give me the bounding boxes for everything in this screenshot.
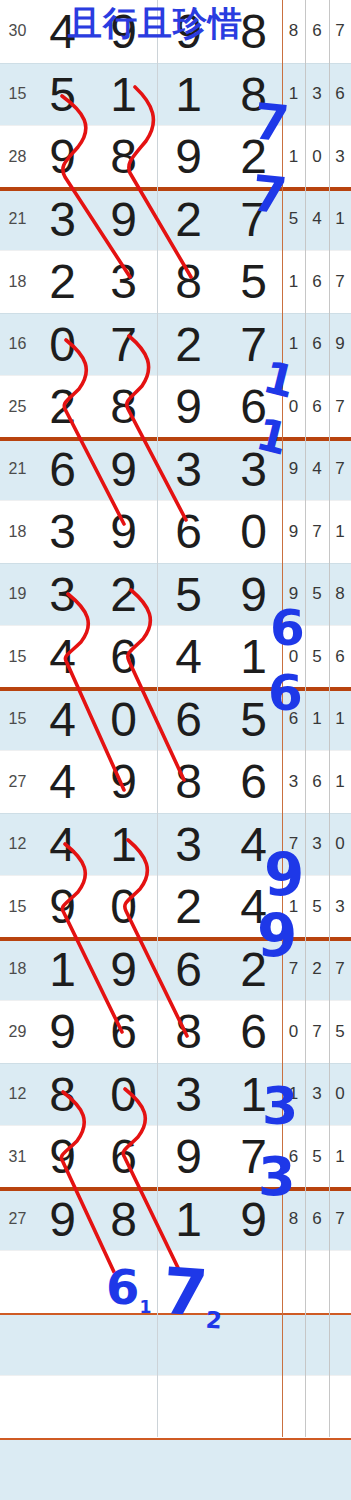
aux-digit-2: 3: [305, 814, 329, 876]
aux-digit-3: 1: [329, 751, 351, 813]
draw-digit-4: [221, 1439, 285, 1500]
draw-digit-1: 2: [30, 376, 94, 438]
draw-digit-1: [30, 1314, 94, 1376]
gridline-vertical-mid: [157, 0, 158, 1437]
aux-digit-3: 7: [329, 376, 351, 438]
draw-digit-3: 1: [156, 1189, 220, 1251]
blue-handwritten-digit: 7: [249, 168, 289, 221]
aux-digit-1: [282, 1314, 305, 1376]
draw-digit-2: 6: [91, 626, 155, 688]
aux-digit-3: 3: [329, 876, 351, 938]
aux-digit-2: 6: [305, 751, 329, 813]
draw-digit-2: 0: [91, 876, 155, 938]
draw-digit-3: 3: [156, 1064, 220, 1126]
aux-digit-1: [282, 1376, 305, 1438]
draw-digit-4: 5: [221, 251, 285, 313]
draw-digit-1: 4: [30, 689, 94, 751]
aux-digit-2: 6: [305, 376, 329, 438]
draw-digit-2: 9: [91, 751, 155, 813]
draw-digit-2: 0: [91, 1064, 155, 1126]
draw-digit-3: 6: [156, 939, 220, 1001]
aux-digit-1: [282, 1439, 305, 1500]
aux-digit-3: 7: [329, 939, 351, 1001]
draw-digit-2: 1: [91, 814, 155, 876]
blue-handwritten-digit: 9: [257, 907, 297, 965]
blue-handwritten-digit: 9: [264, 846, 304, 904]
aux-digit-1: 3: [282, 751, 305, 813]
aux-digit-3: 6: [329, 626, 351, 688]
aux-digit-1: 1: [282, 251, 305, 313]
chart-row: 18 1 9 6 2 7 2 7: [0, 938, 351, 1001]
draw-digit-3: 2: [156, 314, 220, 376]
draw-digit-2: 8: [91, 376, 155, 438]
draw-digit-3: 2: [156, 876, 220, 938]
aux-digit-2: 6: [305, 1189, 329, 1251]
draw-digit-1: 6: [30, 439, 94, 501]
aux-digit-3: 9: [329, 314, 351, 376]
draw-digit-4: [221, 1376, 285, 1438]
chart-row: [0, 1438, 351, 1500]
draw-digit-3: 9: [156, 376, 220, 438]
draw-digit-2: 2: [91, 564, 155, 626]
draw-digit-2: 6: [91, 1001, 155, 1063]
draw-digit-3: [156, 1376, 220, 1438]
draw-digit-1: 3: [30, 564, 94, 626]
aux-digit-2: 1: [305, 689, 329, 751]
draw-digit-1: 1: [30, 939, 94, 1001]
draw-digit-1: 9: [30, 1126, 94, 1188]
aux-digit-1: 0: [282, 1001, 305, 1063]
draw-digit-1: 5: [30, 64, 94, 126]
draw-digit-3: 4: [156, 626, 220, 688]
draw-digit-2: 7: [91, 314, 155, 376]
aux-digit-3: 1: [329, 1126, 351, 1188]
draw-digit-1: 9: [30, 126, 94, 188]
aux-digit-2: 3: [305, 1064, 329, 1126]
aux-digit-2: 6: [305, 0, 329, 63]
blue-handwritten-digit: 6: [268, 668, 303, 718]
draw-digit-2: 9: [91, 189, 155, 251]
aux-digit-3: 1: [329, 689, 351, 751]
draw-digit-1: 9: [30, 1189, 94, 1251]
chart-row: 18 2 3 8 5 1 6 7: [0, 250, 351, 313]
blue-handwritten-digit: 61: [106, 1263, 151, 1311]
aux-digit-2: 0: [305, 126, 329, 188]
aux-digit-3: [329, 1251, 351, 1313]
chart-row: 27 9 8 1 9 8 6 7: [0, 1188, 351, 1251]
draw-digit-1: 8: [30, 1064, 94, 1126]
draw-digit-2: [91, 1376, 155, 1438]
draw-digit-2: 0: [91, 689, 155, 751]
draw-digit-3: 9: [156, 126, 220, 188]
chart-row: [0, 1375, 351, 1438]
draw-digit-1: 4: [30, 626, 94, 688]
chart-row: 27 4 9 8 6 3 6 1: [0, 750, 351, 813]
aux-digit-3: 1: [329, 501, 351, 563]
aux-digit-2: 4: [305, 189, 329, 251]
draw-digit-3: [156, 1439, 220, 1500]
draw-digit-4: 0: [221, 501, 285, 563]
draw-digit-2: 8: [91, 1189, 155, 1251]
draw-digit-3: 8: [156, 1001, 220, 1063]
draw-digit-3: 2: [156, 189, 220, 251]
draw-digit-1: [30, 1439, 94, 1500]
aux-digit-2: 5: [305, 564, 329, 626]
chart-title: 且行且珍惜: [68, 1, 243, 47]
draw-digit-2: [91, 1439, 155, 1500]
chart-row: 25 2 8 9 6 0 6 7: [0, 375, 351, 438]
aux-digit-3: 5: [329, 1001, 351, 1063]
aux-digit-2: 5: [305, 876, 329, 938]
aux-digit-2: [305, 1376, 329, 1438]
aux-digit-1: 8: [282, 0, 305, 63]
draw-digit-2: 8: [91, 126, 155, 188]
aux-digit-2: 2: [305, 939, 329, 1001]
aux-digit-1: 9: [282, 439, 305, 501]
aux-digit-2: [305, 1251, 329, 1313]
draw-digit-1: 3: [30, 189, 94, 251]
draw-digit-1: 9: [30, 1001, 94, 1063]
aux-digit-3: 0: [329, 1064, 351, 1126]
aux-digit-2: [305, 1439, 329, 1500]
aux-digit-2: 7: [305, 1001, 329, 1063]
chart-row: 21 6 9 3 3 9 4 7: [0, 438, 351, 501]
draw-digit-2: 6: [91, 1126, 155, 1188]
aux-digit-2: 6: [305, 251, 329, 313]
aux-digit-3: 7: [329, 1189, 351, 1251]
chart-row: 31 9 6 9 7 6 5 1: [0, 1125, 351, 1188]
blue-handwritten-digit: 3: [258, 1150, 296, 1204]
aux-digit-3: 0: [329, 814, 351, 876]
blue-subscript: 1: [139, 1299, 151, 1316]
draw-digit-1: [30, 1251, 94, 1313]
blue-handwritten-digit: 72: [161, 1259, 226, 1327]
draw-digit-3: 6: [156, 501, 220, 563]
draw-digit-1: 2: [30, 251, 94, 313]
aux-digit-3: [329, 1314, 351, 1376]
draw-digit-1: 3: [30, 501, 94, 563]
blue-subscript: 2: [205, 1308, 223, 1332]
draw-digit-2: 9: [91, 939, 155, 1001]
draw-digit-4: [221, 1314, 285, 1376]
aux-digit-2: 5: [305, 1126, 329, 1188]
chart-row: 29 9 6 8 6 0 7 5: [0, 1000, 351, 1063]
draw-digit-3: 8: [156, 251, 220, 313]
aux-digit-2: [305, 1314, 329, 1376]
draw-digit-1: 4: [30, 814, 94, 876]
blue-handwritten-digit: 3: [262, 1080, 298, 1132]
aux-digit-2: 4: [305, 439, 329, 501]
draw-digit-3: 9: [156, 1126, 220, 1188]
chart-row: 28 9 8 9 2 1 0 3: [0, 125, 351, 188]
gridline-vertical-aux2: [329, 0, 330, 1437]
aux-digit-2: 7: [305, 501, 329, 563]
aux-digit-3: 7: [329, 439, 351, 501]
blue-handwritten-digit: 6: [270, 603, 305, 653]
aux-digit-3: 3: [329, 126, 351, 188]
draw-digit-2: 3: [91, 251, 155, 313]
draw-digit-1: 9: [30, 876, 94, 938]
aux-digit-3: 7: [329, 0, 351, 63]
aux-digit-3: 7: [329, 251, 351, 313]
chart-row: 15 5 1 1 8 1 3 6: [0, 63, 351, 126]
aux-digit-2: 3: [305, 64, 329, 126]
aux-digit-3: 8: [329, 564, 351, 626]
aux-digit-1: [282, 1251, 305, 1313]
aux-digit-3: 1: [329, 189, 351, 251]
draw-digit-2: [91, 1314, 155, 1376]
chart-row: 21 3 9 2 7 5 4 1: [0, 188, 351, 251]
draw-digit-4: 6: [221, 1001, 285, 1063]
aux-digit-2: 5: [305, 626, 329, 688]
blue-handwritten-digit: 7: [251, 96, 291, 149]
gridline-vertical-aux1: [305, 0, 306, 1437]
draw-digit-3: 6: [156, 689, 220, 751]
aux-digit-3: 6: [329, 64, 351, 126]
draw-digit-3: 5: [156, 564, 220, 626]
draw-digit-3: 8: [156, 751, 220, 813]
draw-digit-3: 1: [156, 64, 220, 126]
draw-digit-2: 1: [91, 64, 155, 126]
draw-digit-1: 4: [30, 751, 94, 813]
aux-digit-1: 9: [282, 501, 305, 563]
lottery-trend-chart: 30 4 9 9 8 8 6 7 15 5 1 1 8 1 3 6 28 9 8…: [0, 0, 351, 1500]
draw-digit-1: 0: [30, 314, 94, 376]
draw-digit-3: 3: [156, 439, 220, 501]
aux-digit-3: [329, 1376, 351, 1438]
draw-digit-4: 6: [221, 751, 285, 813]
chart-row: 18 3 9 6 0 9 7 1: [0, 500, 351, 563]
draw-digit-3: 3: [156, 814, 220, 876]
chart-row: 12 8 0 3 1 1 3 0: [0, 1063, 351, 1126]
draw-digit-2: 9: [91, 501, 155, 563]
draw-digit-4: [221, 1251, 285, 1313]
draw-digit-2: 9: [91, 439, 155, 501]
aux-digit-2: 6: [305, 314, 329, 376]
draw-digit-1: [30, 1376, 94, 1438]
aux-digit-3: [329, 1439, 351, 1500]
